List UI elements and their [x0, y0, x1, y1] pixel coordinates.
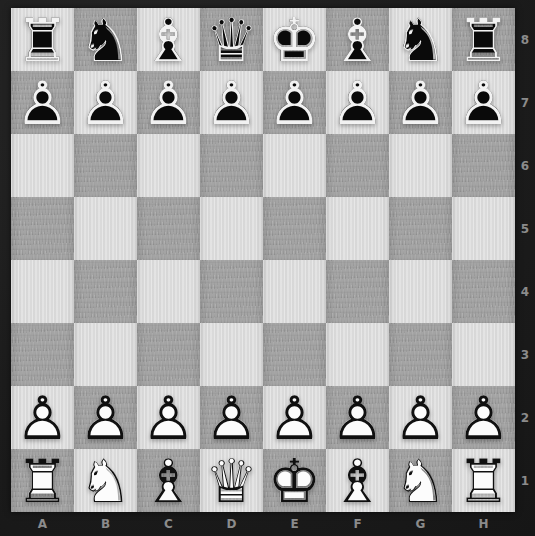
rank-label: 1 — [515, 449, 535, 512]
square-h8[interactable]: ♜♖ — [452, 8, 515, 71]
square-g2[interactable]: ♟♙ — [389, 386, 452, 449]
file-label: E — [263, 512, 326, 536]
piece-black-pawn[interactable]: ♟♙ — [457, 73, 511, 133]
square-d4[interactable] — [200, 260, 263, 323]
square-b6[interactable] — [74, 134, 137, 197]
chess-board: ♜♖♞♘♝♗♛♕♚♔♝♗♞♘♜♖♟♙♟♙♟♙♟♙♟♙♟♙♟♙♟♙♟♙♟♙♟♙♟♙… — [11, 8, 515, 512]
file-label: B — [74, 512, 137, 536]
file-labels: ABCDEFGH — [11, 512, 515, 536]
square-g3[interactable] — [389, 323, 452, 386]
piece-glyph-outline: ♙ — [268, 73, 322, 133]
piece-white-knight[interactable]: ♞♘ — [79, 451, 133, 511]
square-c7[interactable]: ♟♙ — [137, 71, 200, 134]
piece-glyph-outline: ♔ — [268, 10, 322, 70]
rank-label: 3 — [515, 323, 535, 386]
piece-glyph-outline: ♘ — [394, 10, 448, 70]
square-d8[interactable]: ♛♕ — [200, 8, 263, 71]
square-f7[interactable]: ♟♙ — [326, 71, 389, 134]
rank-labels: 87654321 — [515, 8, 535, 512]
square-c3[interactable] — [137, 323, 200, 386]
piece-black-pawn[interactable]: ♟♙ — [205, 73, 259, 133]
piece-glyph-outline: ♙ — [394, 73, 448, 133]
square-b2[interactable]: ♟♙ — [74, 386, 137, 449]
piece-glyph-outline: ♖ — [457, 451, 511, 511]
rank-label: 7 — [515, 71, 535, 134]
square-h1[interactable]: ♜♖ — [452, 449, 515, 512]
square-c6[interactable] — [137, 134, 200, 197]
file-label: F — [326, 512, 389, 536]
piece-white-pawn[interactable]: ♟♙ — [205, 388, 259, 448]
piece-black-king[interactable]: ♚♔ — [268, 10, 322, 70]
square-h5[interactable] — [452, 197, 515, 260]
piece-glyph-outline: ♔ — [268, 451, 322, 511]
piece-glyph-outline: ♙ — [331, 388, 385, 448]
square-f2[interactable]: ♟♙ — [326, 386, 389, 449]
piece-black-pawn[interactable]: ♟♙ — [79, 73, 133, 133]
piece-white-pawn[interactable]: ♟♙ — [394, 388, 448, 448]
square-b7[interactable]: ♟♙ — [74, 71, 137, 134]
piece-white-rook[interactable]: ♜♖ — [16, 451, 70, 511]
piece-glyph-outline: ♗ — [142, 10, 196, 70]
piece-black-knight[interactable]: ♞♘ — [394, 10, 448, 70]
square-e4[interactable] — [263, 260, 326, 323]
piece-white-rook[interactable]: ♜♖ — [457, 451, 511, 511]
square-e8[interactable]: ♚♔ — [263, 8, 326, 71]
piece-glyph-outline: ♙ — [16, 388, 70, 448]
piece-glyph-outline: ♙ — [79, 388, 133, 448]
piece-white-bishop[interactable]: ♝♗ — [142, 451, 196, 511]
square-e3[interactable] — [263, 323, 326, 386]
piece-glyph-outline: ♗ — [331, 10, 385, 70]
piece-glyph-outline: ♗ — [142, 451, 196, 511]
square-f1[interactable]: ♝♗ — [326, 449, 389, 512]
square-c4[interactable] — [137, 260, 200, 323]
square-d5[interactable] — [200, 197, 263, 260]
square-d6[interactable] — [200, 134, 263, 197]
square-d1[interactable]: ♛♕ — [200, 449, 263, 512]
square-f5[interactable] — [326, 197, 389, 260]
square-b8[interactable]: ♞♘ — [74, 8, 137, 71]
square-d3[interactable] — [200, 323, 263, 386]
square-e2[interactable]: ♟♙ — [263, 386, 326, 449]
file-label: G — [389, 512, 452, 536]
square-d7[interactable]: ♟♙ — [200, 71, 263, 134]
piece-glyph-outline: ♙ — [394, 388, 448, 448]
rank-label: 5 — [515, 197, 535, 260]
square-e1[interactable]: ♚♔ — [263, 449, 326, 512]
square-c8[interactable]: ♝♗ — [137, 8, 200, 71]
piece-glyph-outline: ♙ — [205, 73, 259, 133]
square-f4[interactable] — [326, 260, 389, 323]
rank-label: 6 — [515, 134, 535, 197]
piece-black-rook[interactable]: ♜♖ — [457, 10, 511, 70]
piece-glyph-outline: ♙ — [16, 73, 70, 133]
square-a8[interactable]: ♜♖ — [11, 8, 74, 71]
piece-white-pawn[interactable]: ♟♙ — [268, 388, 322, 448]
piece-white-pawn[interactable]: ♟♙ — [142, 388, 196, 448]
file-label: C — [137, 512, 200, 536]
square-b5[interactable] — [74, 197, 137, 260]
piece-glyph-outline: ♙ — [457, 73, 511, 133]
piece-glyph-outline: ♖ — [16, 451, 70, 511]
square-h3[interactable] — [452, 323, 515, 386]
piece-glyph-outline: ♘ — [79, 451, 133, 511]
piece-white-knight[interactable]: ♞♘ — [394, 451, 448, 511]
piece-glyph-outline: ♕ — [205, 10, 259, 70]
square-b4[interactable] — [74, 260, 137, 323]
square-a3[interactable] — [11, 323, 74, 386]
piece-glyph-outline: ♙ — [205, 388, 259, 448]
piece-white-queen[interactable]: ♛♕ — [205, 451, 259, 511]
square-c2[interactable]: ♟♙ — [137, 386, 200, 449]
square-a7[interactable]: ♟♙ — [11, 71, 74, 134]
piece-black-pawn[interactable]: ♟♙ — [331, 73, 385, 133]
piece-glyph-outline: ♙ — [142, 388, 196, 448]
piece-glyph-outline: ♙ — [268, 388, 322, 448]
piece-glyph-outline: ♖ — [457, 10, 511, 70]
square-b1[interactable]: ♞♘ — [74, 449, 137, 512]
piece-glyph-outline: ♘ — [79, 10, 133, 70]
square-g8[interactable]: ♞♘ — [389, 8, 452, 71]
piece-glyph-outline: ♖ — [16, 10, 70, 70]
piece-glyph-outline: ♙ — [79, 73, 133, 133]
square-f8[interactable]: ♝♗ — [326, 8, 389, 71]
piece-black-pawn[interactable]: ♟♙ — [394, 73, 448, 133]
piece-white-pawn[interactable]: ♟♙ — [331, 388, 385, 448]
square-c5[interactable] — [137, 197, 200, 260]
file-label: H — [452, 512, 515, 536]
square-a4[interactable] — [11, 260, 74, 323]
piece-black-pawn[interactable]: ♟♙ — [16, 73, 70, 133]
piece-white-bishop[interactable]: ♝♗ — [331, 451, 385, 511]
piece-white-pawn[interactable]: ♟♙ — [16, 388, 70, 448]
square-e5[interactable] — [263, 197, 326, 260]
file-label: A — [11, 512, 74, 536]
square-b3[interactable] — [74, 323, 137, 386]
piece-black-knight[interactable]: ♞♘ — [79, 10, 133, 70]
piece-black-pawn[interactable]: ♟♙ — [268, 73, 322, 133]
piece-white-king[interactable]: ♚♔ — [268, 451, 322, 511]
square-h7[interactable]: ♟♙ — [452, 71, 515, 134]
piece-black-rook[interactable]: ♜♖ — [16, 10, 70, 70]
piece-glyph-outline: ♙ — [142, 73, 196, 133]
square-g4[interactable] — [389, 260, 452, 323]
square-c1[interactable]: ♝♗ — [137, 449, 200, 512]
square-a6[interactable] — [11, 134, 74, 197]
rank-label: 8 — [515, 8, 535, 71]
piece-glyph-outline: ♗ — [331, 451, 385, 511]
piece-black-bishop[interactable]: ♝♗ — [142, 10, 196, 70]
square-h6[interactable] — [452, 134, 515, 197]
square-d2[interactable]: ♟♙ — [200, 386, 263, 449]
piece-glyph-outline: ♘ — [394, 451, 448, 511]
square-a1[interactable]: ♜♖ — [11, 449, 74, 512]
square-h2[interactable]: ♟♙ — [452, 386, 515, 449]
square-f6[interactable] — [326, 134, 389, 197]
piece-black-pawn[interactable]: ♟♙ — [142, 73, 196, 133]
piece-black-queen[interactable]: ♛♕ — [205, 10, 259, 70]
square-e7[interactable]: ♟♙ — [263, 71, 326, 134]
piece-white-pawn[interactable]: ♟♙ — [457, 388, 511, 448]
piece-glyph-outline: ♙ — [331, 73, 385, 133]
square-a2[interactable]: ♟♙ — [11, 386, 74, 449]
piece-glyph-outline: ♙ — [457, 388, 511, 448]
square-g1[interactable]: ♞♘ — [389, 449, 452, 512]
rank-label: 2 — [515, 386, 535, 449]
rank-label: 4 — [515, 260, 535, 323]
piece-white-pawn[interactable]: ♟♙ — [79, 388, 133, 448]
square-g6[interactable] — [389, 134, 452, 197]
square-e6[interactable] — [263, 134, 326, 197]
piece-black-bishop[interactable]: ♝♗ — [331, 10, 385, 70]
square-h4[interactable] — [452, 260, 515, 323]
square-a5[interactable] — [11, 197, 74, 260]
piece-glyph-outline: ♕ — [205, 451, 259, 511]
square-g7[interactable]: ♟♙ — [389, 71, 452, 134]
board-frame: ♜♖♞♘♝♗♛♕♚♔♝♗♞♘♜♖♟♙♟♙♟♙♟♙♟♙♟♙♟♙♟♙♟♙♟♙♟♙♟♙… — [0, 0, 535, 536]
file-label: D — [200, 512, 263, 536]
square-g5[interactable] — [389, 197, 452, 260]
square-f3[interactable] — [326, 323, 389, 386]
